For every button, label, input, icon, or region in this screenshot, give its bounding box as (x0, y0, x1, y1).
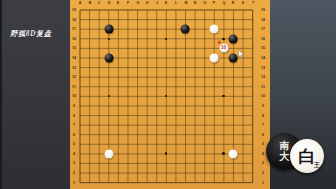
board-intersection[interactable] (94, 158, 104, 168)
board-intersection[interactable] (75, 91, 85, 101)
board-intersection[interactable] (85, 168, 95, 178)
board-intersection[interactable] (152, 178, 162, 188)
board-intersection[interactable] (75, 5, 85, 15)
board-intersection[interactable] (85, 149, 95, 159)
board-intersection[interactable] (142, 120, 152, 130)
board-intersection[interactable] (142, 91, 152, 101)
board-intersection[interactable] (219, 139, 229, 149)
board-intersection[interactable] (104, 5, 114, 15)
board-intersection[interactable] (228, 111, 238, 121)
board-intersection[interactable] (238, 91, 248, 101)
board-intersection[interactable] (104, 158, 114, 168)
board-intersection[interactable] (104, 120, 114, 130)
board-intersection[interactable] (248, 24, 258, 34)
board-intersection[interactable] (200, 34, 210, 44)
board-intersection[interactable] (104, 53, 114, 63)
board-intersection[interactable] (238, 5, 248, 15)
board-intersection[interactable] (142, 53, 152, 63)
board-intersection[interactable] (209, 101, 219, 111)
board-intersection[interactable] (228, 72, 238, 82)
board-intersection[interactable] (123, 15, 133, 25)
board-intersection[interactable] (161, 120, 171, 130)
board-intersection[interactable] (104, 24, 114, 34)
board-intersection[interactable] (219, 178, 229, 188)
board-intersection[interactable] (114, 158, 124, 168)
board-intersection[interactable] (133, 120, 143, 130)
board-intersection[interactable] (190, 15, 200, 25)
board-intersection[interactable] (171, 111, 181, 121)
board-intersection[interactable] (200, 24, 210, 34)
board-intersection[interactable] (142, 72, 152, 82)
board-intersection[interactable] (104, 111, 114, 121)
board-intersection[interactable] (181, 101, 191, 111)
board-intersection[interactable] (114, 178, 124, 188)
board-intersection[interactable] (181, 139, 191, 149)
board-intersection[interactable] (181, 15, 191, 25)
board-intersection[interactable] (114, 91, 124, 101)
board-intersection[interactable] (161, 139, 171, 149)
board-intersection[interactable] (152, 91, 162, 101)
board-intersection[interactable] (219, 101, 229, 111)
board-intersection[interactable] (228, 158, 238, 168)
board-intersection[interactable] (133, 15, 143, 25)
board-intersection[interactable] (219, 111, 229, 121)
board-intersection[interactable] (200, 91, 210, 101)
board-intersection[interactable] (161, 44, 171, 54)
board-intersection[interactable] (181, 44, 191, 54)
board-intersection[interactable] (94, 24, 104, 34)
board-intersection[interactable] (104, 149, 114, 159)
board-intersection[interactable] (190, 178, 200, 188)
board-intersection[interactable] (142, 15, 152, 25)
board-intersection[interactable] (248, 149, 258, 159)
board-intersection[interactable] (114, 24, 124, 34)
board-intersection[interactable] (248, 120, 258, 130)
board-intersection[interactable] (200, 72, 210, 82)
board-intersection[interactable] (238, 158, 248, 168)
board-intersection[interactable] (94, 120, 104, 130)
board-intersection[interactable] (200, 178, 210, 188)
board-intersection[interactable] (85, 44, 95, 54)
board-intersection[interactable] (114, 53, 124, 63)
board-intersection[interactable] (123, 178, 133, 188)
board-intersection[interactable] (94, 91, 104, 101)
board-intersection[interactable] (133, 158, 143, 168)
board-intersection[interactable] (219, 91, 229, 101)
board-intersection[interactable] (161, 24, 171, 34)
board-intersection[interactable] (123, 53, 133, 63)
board-intersection[interactable] (85, 5, 95, 15)
board-intersection[interactable] (219, 168, 229, 178)
board-intersection[interactable] (142, 139, 152, 149)
board-intersection[interactable] (133, 111, 143, 121)
board-intersection[interactable] (142, 158, 152, 168)
board-intersection[interactable] (171, 72, 181, 82)
board-intersection[interactable] (190, 34, 200, 44)
board-intersection[interactable] (114, 34, 124, 44)
board-intersection[interactable] (75, 149, 85, 159)
board-intersection[interactable] (200, 120, 210, 130)
board-intersection[interactable] (248, 158, 258, 168)
board-intersection[interactable] (228, 24, 238, 34)
board-intersection[interactable] (171, 120, 181, 130)
board-intersection[interactable] (238, 34, 248, 44)
board-intersection[interactable] (94, 5, 104, 15)
board-intersection[interactable] (219, 24, 229, 34)
board-intersection[interactable] (123, 63, 133, 73)
board-intersection[interactable] (219, 72, 229, 82)
board-intersection[interactable] (190, 63, 200, 73)
board-intersection[interactable] (200, 63, 210, 73)
board-intersection[interactable] (209, 120, 219, 130)
board-intersection[interactable] (75, 158, 85, 168)
board-intersection[interactable] (171, 168, 181, 178)
board-intersection[interactable] (161, 168, 171, 178)
board-intersection[interactable] (248, 34, 258, 44)
board-intersection[interactable] (200, 168, 210, 178)
board-intersection[interactable] (200, 44, 210, 54)
board-intersection[interactable] (133, 149, 143, 159)
board-intersection[interactable] (114, 149, 124, 159)
board-intersection[interactable] (75, 24, 85, 34)
board-intersection[interactable] (142, 82, 152, 92)
board-intersection[interactable] (190, 5, 200, 15)
board-intersection[interactable] (152, 139, 162, 149)
board-intersection[interactable] (85, 53, 95, 63)
board-intersection[interactable] (238, 139, 248, 149)
board-intersection[interactable] (161, 5, 171, 15)
board-intersection[interactable] (190, 139, 200, 149)
board-intersection[interactable] (209, 24, 219, 34)
board-intersection[interactable] (75, 178, 85, 188)
board-intersection[interactable] (104, 63, 114, 73)
board-intersection[interactable] (228, 34, 238, 44)
board-intersection[interactable] (114, 72, 124, 82)
board-intersection[interactable] (171, 5, 181, 15)
board-intersection[interactable] (200, 139, 210, 149)
board-intersection[interactable] (85, 63, 95, 73)
board-grid[interactable]: 10 (75, 5, 257, 187)
board-intersection[interactable] (219, 82, 229, 92)
board-intersection[interactable] (238, 82, 248, 92)
board-intersection[interactable] (200, 149, 210, 159)
board-intersection[interactable] (152, 158, 162, 168)
board-intersection[interactable] (133, 178, 143, 188)
board-intersection[interactable] (209, 34, 219, 44)
board-intersection[interactable] (85, 139, 95, 149)
board-intersection[interactable] (94, 139, 104, 149)
board-intersection[interactable] (85, 111, 95, 121)
board-intersection[interactable] (152, 149, 162, 159)
board-intersection[interactable] (133, 101, 143, 111)
board-intersection[interactable] (190, 120, 200, 130)
board-intersection[interactable] (238, 72, 248, 82)
board-intersection[interactable] (161, 72, 171, 82)
board-intersection[interactable] (104, 34, 114, 44)
board-intersection[interactable] (219, 149, 229, 159)
board-intersection[interactable] (123, 101, 133, 111)
board-intersection[interactable] (161, 178, 171, 188)
board-intersection[interactable] (161, 91, 171, 101)
board-intersection[interactable] (190, 168, 200, 178)
board-intersection[interactable] (75, 120, 85, 130)
board-intersection[interactable] (248, 168, 258, 178)
board-intersection[interactable] (152, 24, 162, 34)
board-intersection[interactable] (114, 15, 124, 25)
board-intersection[interactable] (171, 158, 181, 168)
board-intersection[interactable] (142, 178, 152, 188)
board-intersection[interactable] (75, 72, 85, 82)
board-intersection[interactable] (94, 111, 104, 121)
board-intersection[interactable] (142, 168, 152, 178)
board-intersection[interactable] (152, 15, 162, 25)
board-intersection[interactable] (114, 168, 124, 178)
board-intersection[interactable] (228, 15, 238, 25)
board-intersection[interactable] (219, 15, 229, 25)
board-intersection[interactable] (133, 72, 143, 82)
board-intersection[interactable] (123, 149, 133, 159)
board-intersection[interactable] (171, 101, 181, 111)
board-intersection[interactable] (190, 91, 200, 101)
board-intersection[interactable] (248, 178, 258, 188)
board-intersection[interactable] (152, 82, 162, 92)
board-intersection[interactable] (171, 63, 181, 73)
board-intersection[interactable] (152, 120, 162, 130)
board-intersection[interactable] (75, 101, 85, 111)
board-intersection[interactable]: 10 (219, 44, 229, 54)
board-intersection[interactable] (248, 63, 258, 73)
board-intersection[interactable] (114, 63, 124, 73)
board-intersection[interactable] (248, 15, 258, 25)
board-intersection[interactable] (171, 53, 181, 63)
board-intersection[interactable] (104, 72, 114, 82)
board-intersection[interactable] (190, 158, 200, 168)
board-intersection[interactable] (209, 53, 219, 63)
board-intersection[interactable] (123, 5, 133, 15)
board-intersection[interactable] (248, 130, 258, 140)
board-intersection[interactable] (104, 101, 114, 111)
board-intersection[interactable] (94, 53, 104, 63)
board-intersection[interactable] (200, 130, 210, 140)
board-intersection[interactable] (228, 5, 238, 15)
board-intersection[interactable] (104, 82, 114, 92)
board-intersection[interactable] (85, 34, 95, 44)
board-intersection[interactable] (228, 130, 238, 140)
board-intersection[interactable] (209, 15, 219, 25)
board-intersection[interactable] (133, 53, 143, 63)
board-intersection[interactable] (123, 120, 133, 130)
board-intersection[interactable] (228, 91, 238, 101)
board-intersection[interactable] (181, 53, 191, 63)
board-intersection[interactable] (94, 149, 104, 159)
board-intersection[interactable] (209, 44, 219, 54)
board-intersection[interactable] (228, 63, 238, 73)
board-intersection[interactable] (123, 44, 133, 54)
board-intersection[interactable] (171, 149, 181, 159)
board-intersection[interactable] (238, 120, 248, 130)
board-intersection[interactable] (85, 91, 95, 101)
board-intersection[interactable] (104, 91, 114, 101)
board-intersection[interactable] (171, 178, 181, 188)
board-intersection[interactable] (94, 101, 104, 111)
board-intersection[interactable] (238, 111, 248, 121)
board-intersection[interactable] (75, 168, 85, 178)
board-intersection[interactable] (181, 168, 191, 178)
board-intersection[interactable] (133, 24, 143, 34)
board-intersection[interactable] (104, 44, 114, 54)
board-intersection[interactable] (190, 24, 200, 34)
board-intersection[interactable] (228, 53, 238, 63)
board-intersection[interactable] (238, 149, 248, 159)
board-intersection[interactable] (161, 158, 171, 168)
board-intersection[interactable] (123, 82, 133, 92)
board-intersection[interactable] (219, 5, 229, 15)
board-intersection[interactable] (171, 130, 181, 140)
board-intersection[interactable] (171, 44, 181, 54)
board-intersection[interactable] (181, 72, 191, 82)
board-intersection[interactable] (161, 15, 171, 25)
board-intersection[interactable] (161, 53, 171, 63)
board-intersection[interactable] (181, 34, 191, 44)
board-intersection[interactable] (161, 111, 171, 121)
board-intersection[interactable] (114, 5, 124, 15)
board-intersection[interactable] (248, 111, 258, 121)
board-intersection[interactable] (181, 91, 191, 101)
board-intersection[interactable] (200, 53, 210, 63)
board-intersection[interactable] (123, 72, 133, 82)
board-intersection[interactable] (142, 24, 152, 34)
board-intersection[interactable] (171, 139, 181, 149)
board-intersection[interactable] (123, 139, 133, 149)
board-intersection[interactable] (219, 130, 229, 140)
board-intersection[interactable] (171, 82, 181, 92)
board-intersection[interactable] (209, 139, 219, 149)
board-intersection[interactable] (171, 91, 181, 101)
board-intersection[interactable] (190, 130, 200, 140)
board-intersection[interactable] (181, 120, 191, 130)
board-intersection[interactable] (85, 130, 95, 140)
board-intersection[interactable] (142, 101, 152, 111)
board-intersection[interactable] (209, 82, 219, 92)
board-intersection[interactable] (228, 82, 238, 92)
board-intersection[interactable] (75, 139, 85, 149)
board-intersection[interactable] (248, 44, 258, 54)
board-intersection[interactable] (133, 168, 143, 178)
board-intersection[interactable] (94, 168, 104, 178)
board-intersection[interactable] (133, 63, 143, 73)
board-intersection[interactable] (181, 63, 191, 73)
board-intersection[interactable] (219, 158, 229, 168)
board-intersection[interactable] (190, 101, 200, 111)
board-intersection[interactable] (75, 82, 85, 92)
board-intersection[interactable] (181, 158, 191, 168)
board-intersection[interactable] (152, 168, 162, 178)
board-intersection[interactable] (152, 130, 162, 140)
board-intersection[interactable] (209, 168, 219, 178)
board-intersection[interactable] (181, 82, 191, 92)
board-intersection[interactable] (152, 44, 162, 54)
board-intersection[interactable] (209, 72, 219, 82)
board-intersection[interactable] (248, 91, 258, 101)
board-intersection[interactable] (190, 111, 200, 121)
board-intersection[interactable] (114, 111, 124, 121)
board-intersection[interactable] (123, 91, 133, 101)
board-intersection[interactable] (181, 149, 191, 159)
board-intersection[interactable] (123, 158, 133, 168)
board-intersection[interactable] (171, 15, 181, 25)
board-intersection[interactable] (104, 139, 114, 149)
board-intersection[interactable] (219, 120, 229, 130)
board-intersection[interactable] (238, 130, 248, 140)
board-intersection[interactable] (228, 101, 238, 111)
board-intersection[interactable] (133, 44, 143, 54)
board-intersection[interactable] (114, 101, 124, 111)
board-intersection[interactable] (104, 130, 114, 140)
board-intersection[interactable] (171, 34, 181, 44)
board-intersection[interactable] (228, 120, 238, 130)
board-intersection[interactable] (133, 34, 143, 44)
board-intersection[interactable] (248, 139, 258, 149)
board-intersection[interactable] (161, 149, 171, 159)
board-intersection[interactable] (209, 5, 219, 15)
board-intersection[interactable] (142, 111, 152, 121)
board-intersection[interactable] (200, 111, 210, 121)
board-intersection[interactable] (152, 53, 162, 63)
board-intersection[interactable] (228, 168, 238, 178)
board-intersection[interactable] (142, 63, 152, 73)
board-intersection[interactable] (123, 111, 133, 121)
board-intersection[interactable] (190, 53, 200, 63)
board-intersection[interactable] (114, 44, 124, 54)
board-intersection[interactable] (161, 34, 171, 44)
board-intersection[interactable] (219, 63, 229, 73)
board-intersection[interactable] (75, 130, 85, 140)
board-intersection[interactable] (248, 5, 258, 15)
board-intersection[interactable] (238, 63, 248, 73)
board-intersection[interactable] (75, 53, 85, 63)
board-intersection[interactable] (142, 34, 152, 44)
board-intersection[interactable] (142, 44, 152, 54)
board-intersection[interactable] (209, 149, 219, 159)
board-intersection[interactable] (85, 82, 95, 92)
board-intersection[interactable] (94, 63, 104, 73)
board-intersection[interactable] (114, 120, 124, 130)
board-intersection[interactable] (133, 130, 143, 140)
board-intersection[interactable] (104, 168, 114, 178)
board-intersection[interactable] (94, 130, 104, 140)
board-intersection[interactable] (94, 34, 104, 44)
board-intersection[interactable] (181, 178, 191, 188)
board-intersection[interactable] (142, 5, 152, 15)
board-intersection[interactable] (85, 15, 95, 25)
board-intersection[interactable] (209, 178, 219, 188)
board-intersection[interactable] (152, 111, 162, 121)
board-intersection[interactable] (190, 72, 200, 82)
board-intersection[interactable] (152, 5, 162, 15)
board-intersection[interactable] (123, 34, 133, 44)
board-intersection[interactable] (181, 130, 191, 140)
board-intersection[interactable] (152, 101, 162, 111)
board-intersection[interactable] (209, 130, 219, 140)
board-intersection[interactable] (94, 44, 104, 54)
board-intersection[interactable] (248, 82, 258, 92)
board-intersection[interactable] (94, 82, 104, 92)
board-intersection[interactable] (200, 101, 210, 111)
board-intersection[interactable] (161, 101, 171, 111)
board-intersection[interactable] (94, 178, 104, 188)
board-intersection[interactable] (200, 158, 210, 168)
board-intersection[interactable] (85, 72, 95, 82)
